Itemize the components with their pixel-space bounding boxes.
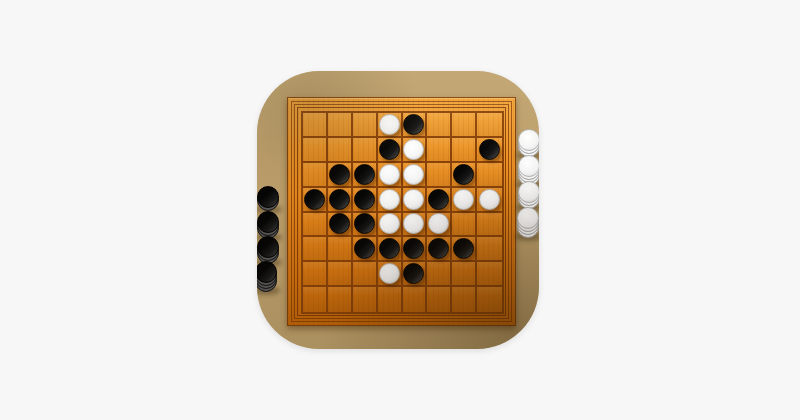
cell-e5 xyxy=(403,213,428,238)
white-disc-e2 xyxy=(403,139,424,160)
white-disc-d3 xyxy=(379,164,400,185)
cell-c6 xyxy=(353,237,378,262)
cell-c7 xyxy=(353,262,378,287)
cell-g5 xyxy=(452,213,477,238)
black-disc-stack xyxy=(257,261,277,301)
cell-a8 xyxy=(303,287,328,312)
black-disc-d6 xyxy=(379,238,400,259)
cell-d4 xyxy=(378,188,403,213)
cell-d2 xyxy=(378,138,403,163)
white-disc-d7 xyxy=(379,263,400,284)
white-disc-f5 xyxy=(428,213,449,234)
black-disc-stack-top xyxy=(257,186,279,208)
cell-h1 xyxy=(477,113,502,138)
white-disc-stack-top xyxy=(517,207,539,229)
cell-a4 xyxy=(303,188,328,213)
black-disc-d2 xyxy=(379,139,400,160)
white-disc-g4 xyxy=(453,189,474,210)
cell-b1 xyxy=(328,113,353,138)
black-disc-stack-top xyxy=(257,236,279,258)
black-disc-c6 xyxy=(354,238,375,259)
cell-b3 xyxy=(328,163,353,188)
cell-a5 xyxy=(303,213,328,238)
cell-e4 xyxy=(403,188,428,213)
black-disc-f4 xyxy=(428,189,449,210)
cell-e8 xyxy=(403,287,428,312)
black-disc-b3 xyxy=(329,164,350,185)
cell-a6 xyxy=(303,237,328,262)
cell-h5 xyxy=(477,213,502,238)
white-disc-e5 xyxy=(403,213,424,234)
white-disc-e3 xyxy=(403,164,424,185)
board-grid xyxy=(301,111,504,314)
cell-d7 xyxy=(378,262,403,287)
cell-b6 xyxy=(328,237,353,262)
cell-c8 xyxy=(353,287,378,312)
white-disc-stack xyxy=(517,207,539,247)
cell-a1 xyxy=(303,113,328,138)
black-disc-e7 xyxy=(403,263,424,284)
cell-h4 xyxy=(477,188,502,213)
black-disc-g6 xyxy=(453,238,474,259)
cell-f1 xyxy=(427,113,452,138)
cell-g8 xyxy=(452,287,477,312)
cell-h6 xyxy=(477,237,502,262)
cell-c4 xyxy=(353,188,378,213)
white-disc-stack-top xyxy=(518,129,539,151)
white-disc-stack-top xyxy=(518,155,539,177)
cell-d3 xyxy=(378,163,403,188)
white-disc-d4 xyxy=(379,189,400,210)
cell-d1 xyxy=(378,113,403,138)
cell-g2 xyxy=(452,138,477,163)
cell-c3 xyxy=(353,163,378,188)
black-disc-stack-top xyxy=(257,211,279,233)
othello-board xyxy=(287,97,516,326)
cell-e6 xyxy=(403,237,428,262)
white-disc-stack-top xyxy=(518,181,539,203)
black-disc-b5 xyxy=(329,213,350,234)
black-disc-f6 xyxy=(428,238,449,259)
cell-e1 xyxy=(403,113,428,138)
cell-g1 xyxy=(452,113,477,138)
white-disc-d1 xyxy=(379,114,400,135)
cell-b7 xyxy=(328,262,353,287)
white-disc-d5 xyxy=(379,213,400,234)
cell-f8 xyxy=(427,287,452,312)
black-disc-g3 xyxy=(453,164,474,185)
black-disc-e1 xyxy=(403,114,424,135)
cell-a3 xyxy=(303,163,328,188)
cell-h2 xyxy=(477,138,502,163)
white-disc-e4 xyxy=(403,189,424,210)
cell-b5 xyxy=(328,213,353,238)
cell-a7 xyxy=(303,262,328,287)
black-disc-e6 xyxy=(403,238,424,259)
cell-h8 xyxy=(477,287,502,312)
black-disc-a4 xyxy=(304,189,325,210)
cell-f7 xyxy=(427,262,452,287)
cell-a2 xyxy=(303,138,328,163)
othello-app-icon[interactable] xyxy=(257,71,539,349)
cell-h3 xyxy=(477,163,502,188)
cell-g7 xyxy=(452,262,477,287)
black-disc-c5 xyxy=(354,213,375,234)
cell-g4 xyxy=(452,188,477,213)
black-disc-h2 xyxy=(479,139,500,160)
cell-c2 xyxy=(353,138,378,163)
cell-h7 xyxy=(477,262,502,287)
cell-f5 xyxy=(427,213,452,238)
cell-g6 xyxy=(452,237,477,262)
black-disc-c3 xyxy=(354,164,375,185)
cell-b2 xyxy=(328,138,353,163)
cell-d5 xyxy=(378,213,403,238)
cell-f6 xyxy=(427,237,452,262)
black-disc-b4 xyxy=(329,189,350,210)
cell-f2 xyxy=(427,138,452,163)
cell-d8 xyxy=(378,287,403,312)
white-disc-h4 xyxy=(479,189,500,210)
black-disc-c4 xyxy=(354,189,375,210)
cell-e3 xyxy=(403,163,428,188)
cell-g3 xyxy=(452,163,477,188)
cell-e7 xyxy=(403,262,428,287)
cell-b8 xyxy=(328,287,353,312)
cell-b4 xyxy=(328,188,353,213)
cell-d6 xyxy=(378,237,403,262)
cell-c5 xyxy=(353,213,378,238)
cell-f4 xyxy=(427,188,452,213)
cell-f3 xyxy=(427,163,452,188)
cell-e2 xyxy=(403,138,428,163)
cell-c1 xyxy=(353,113,378,138)
